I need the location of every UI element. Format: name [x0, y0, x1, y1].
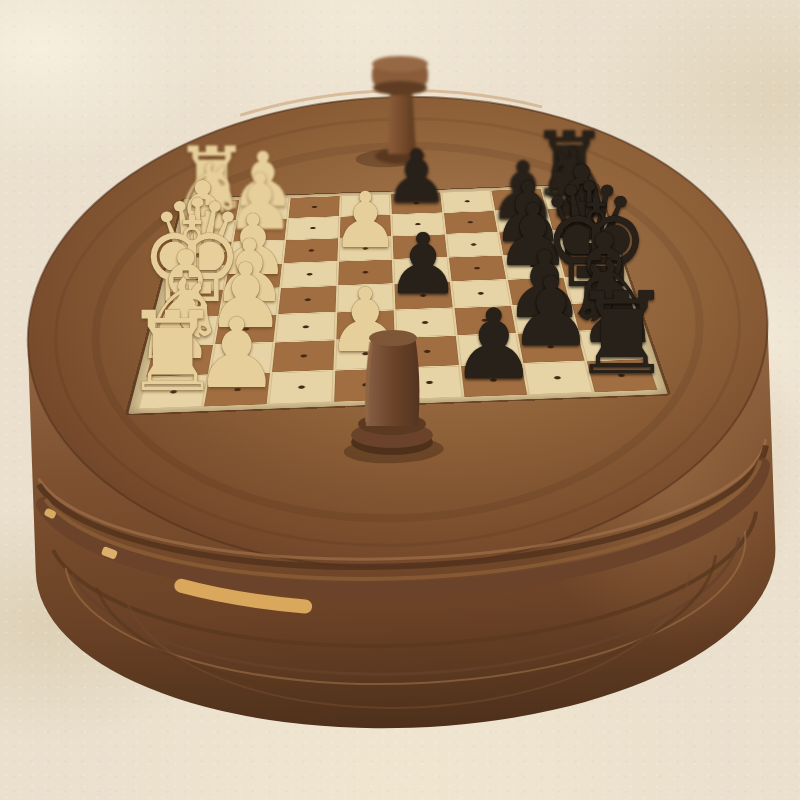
square-c6[interactable]: [446, 233, 502, 257]
square-f1[interactable]: [154, 317, 218, 346]
square-a1[interactable]: [185, 200, 239, 222]
square-d2[interactable]: [224, 264, 282, 290]
square-b5[interactable]: [392, 213, 444, 236]
square-h7[interactable]: [523, 361, 592, 394]
square-f7[interactable]: [513, 304, 577, 333]
square-d3[interactable]: [281, 262, 337, 288]
square-b3[interactable]: [286, 217, 338, 240]
square-g8[interactable]: [579, 329, 647, 360]
square-f3[interactable]: [275, 312, 335, 341]
square-e7[interactable]: [508, 278, 569, 305]
square-a5[interactable]: [391, 193, 442, 215]
square-f8[interactable]: [571, 302, 637, 331]
square-b1[interactable]: [180, 220, 235, 243]
square-h3[interactable]: [269, 371, 333, 405]
square-g3[interactable]: [272, 340, 334, 371]
square-c1[interactable]: [174, 242, 231, 266]
square-g2[interactable]: [209, 343, 273, 374]
square-d4[interactable]: [338, 259, 393, 285]
square-a6[interactable]: [441, 191, 493, 213]
square-e6[interactable]: [451, 280, 511, 307]
square-e8[interactable]: [565, 276, 628, 303]
square-c5[interactable]: [393, 235, 447, 259]
square-c2[interactable]: [229, 240, 285, 264]
square-a8[interactable]: [542, 187, 597, 208]
square-b4[interactable]: [339, 215, 391, 238]
square-a2[interactable]: [237, 198, 289, 220]
square-e2[interactable]: [220, 288, 280, 316]
square-g1[interactable]: [146, 345, 212, 377]
square-c4[interactable]: [339, 236, 392, 260]
square-a4[interactable]: [340, 194, 390, 216]
wooden-peg-near: [338, 308, 448, 458]
square-b2[interactable]: [233, 219, 287, 242]
square-d6[interactable]: [448, 255, 506, 281]
square-d8[interactable]: [558, 251, 619, 277]
square-a7[interactable]: [492, 189, 546, 210]
near-peg-cap: [369, 330, 417, 346]
square-c8[interactable]: [553, 229, 612, 253]
square-d7[interactable]: [503, 253, 562, 279]
square-e1[interactable]: [161, 290, 222, 318]
square-f2[interactable]: [215, 315, 277, 344]
square-g6[interactable]: [457, 334, 521, 365]
wooden-peg-far: [360, 48, 440, 168]
far-peg-body: [388, 86, 416, 154]
square-f6[interactable]: [454, 306, 516, 335]
square-h8[interactable]: [586, 359, 657, 392]
square-h1[interactable]: [138, 375, 207, 409]
square-h2[interactable]: [203, 373, 270, 407]
square-a3[interactable]: [289, 196, 340, 218]
far-peg-cap-under: [373, 81, 427, 95]
square-e5[interactable]: [394, 282, 452, 309]
near-peg-body: [365, 336, 419, 426]
square-b7[interactable]: [495, 209, 550, 232]
square-b6[interactable]: [444, 211, 498, 234]
square-d5[interactable]: [394, 257, 450, 283]
photo-scene: ♜♞♝♛♚♝♞♜♟♟♟♟♟♟♟♟♟♟♟♟♟♟♟♟♜♞♝♛♚♝♞♜: [0, 0, 800, 800]
square-c7[interactable]: [499, 231, 556, 255]
square-c3[interactable]: [284, 238, 338, 262]
square-g7[interactable]: [518, 332, 584, 363]
far-peg-cap-top: [372, 56, 428, 72]
square-h6[interactable]: [460, 364, 527, 397]
square-e3[interactable]: [278, 286, 336, 314]
square-b8[interactable]: [547, 207, 604, 230]
square-d1[interactable]: [168, 266, 227, 292]
